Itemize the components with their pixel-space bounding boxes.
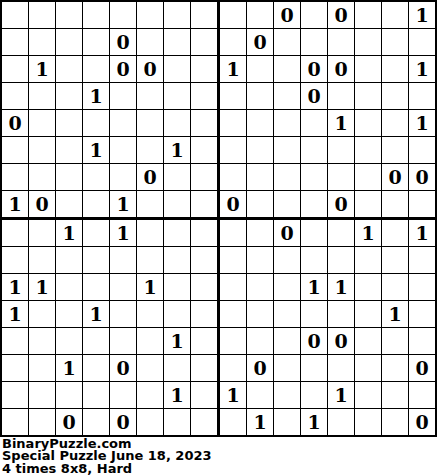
- cell-top_right-r5c1-empty[interactable]: [220, 110, 246, 136]
- cell-bottom_right-r8c5-empty[interactable]: [328, 409, 354, 435]
- cell-top_right-r2c4-empty[interactable]: [301, 29, 327, 55]
- puzzle-format: 4 times 8x8, Hard: [2, 463, 437, 475]
- cell-bottom_right-r7c7-empty[interactable]: [382, 382, 408, 408]
- cell-bottom_left-r3c8-empty[interactable]: [191, 274, 217, 300]
- cell-bottom_left-r8c5-given: 0: [110, 409, 136, 435]
- cell-top_left-r7c1-empty[interactable]: [2, 164, 28, 190]
- cell-bottom_right-r6c2-given: 0: [247, 355, 273, 381]
- cell-bottom_right-r6c5-empty[interactable]: [328, 355, 354, 381]
- cell-top_left-r6c2-empty[interactable]: [29, 137, 55, 163]
- cell-top_right-r2c1-empty[interactable]: [220, 29, 246, 55]
- cell-top_right-r4c4-given: 0: [301, 83, 327, 109]
- cell-top_left-r5c5-empty[interactable]: [110, 110, 136, 136]
- cell-top_left-r1c1-empty[interactable]: [2, 2, 28, 28]
- cell-bottom_right-r7c3-empty[interactable]: [274, 382, 300, 408]
- cell-bottom_right-r5c7-empty[interactable]: [382, 328, 408, 354]
- cell-bottom_left-r8c1-empty[interactable]: [2, 409, 28, 435]
- cell-bottom_left-r6c1-empty[interactable]: [2, 355, 28, 381]
- cell-bottom_left-r3c6-given: 1: [137, 274, 163, 300]
- cell-top_right-r4c1-empty[interactable]: [220, 83, 246, 109]
- cell-bottom_right-r2c2-empty[interactable]: [247, 247, 273, 273]
- cell-bottom_right-r3c5-given: 1: [328, 274, 354, 300]
- cell-top_right-r5c6-empty[interactable]: [355, 110, 381, 136]
- cell-top_right-r8c7-empty[interactable]: [382, 191, 408, 217]
- cell-bottom_right-r5c5-given: 0: [328, 328, 354, 354]
- cell-bottom_right-r1c2-empty[interactable]: [247, 220, 273, 246]
- cell-bottom_right-r7c1-given: 1: [220, 382, 246, 408]
- cell-top_left-r4c6-empty[interactable]: [137, 83, 163, 109]
- cell-top_right-r7c1-empty[interactable]: [220, 164, 246, 190]
- cell-bottom_right-r8c4-given: 1: [301, 409, 327, 435]
- cell-bottom_left-r5c1-empty[interactable]: [2, 328, 28, 354]
- cell-bottom_right-r3c8-empty[interactable]: [409, 274, 435, 300]
- cell-top_right-r3c4-given: 0: [301, 56, 327, 82]
- cell-bottom_right-r6c3-empty[interactable]: [274, 355, 300, 381]
- cell-top_left-r8c4-empty[interactable]: [83, 191, 109, 217]
- cell-bottom_left-r4c2-empty[interactable]: [29, 301, 55, 327]
- cell-bottom_right-r4c2-empty[interactable]: [247, 301, 273, 327]
- cell-bottom_left-r6c2-empty[interactable]: [29, 355, 55, 381]
- cell-top_right-r7c8-given: 0: [409, 164, 435, 190]
- cell-bottom_right-r1c7-empty[interactable]: [382, 220, 408, 246]
- cell-bottom_right-r3c6-empty[interactable]: [355, 274, 381, 300]
- cell-top_right-r8c8-empty[interactable]: [409, 191, 435, 217]
- cell-bottom_right-r4c6-empty[interactable]: [355, 301, 381, 327]
- cell-top_left-r1c8-empty[interactable]: [191, 2, 217, 28]
- cell-top_left-r7c3-empty[interactable]: [56, 164, 82, 190]
- cell-top_left-r2c8-empty[interactable]: [191, 29, 217, 55]
- cell-top_left-r5c4-empty[interactable]: [83, 110, 109, 136]
- cell-top_left-r7c5-empty[interactable]: [110, 164, 136, 190]
- cell-top_left-r5c6-empty[interactable]: [137, 110, 163, 136]
- cell-top_right-r1c4-empty[interactable]: [301, 2, 327, 28]
- cell-top_right-r6c4-empty[interactable]: [301, 137, 327, 163]
- cell-bottom_left-r2c1-empty[interactable]: [2, 247, 28, 273]
- cell-bottom_right-r8c8-given: 0: [409, 409, 435, 435]
- cell-bottom_left-r7c5-empty[interactable]: [110, 382, 136, 408]
- cell-bottom_left-r4c4-given: 1: [83, 301, 109, 327]
- cell-bottom_left-r8c2-empty[interactable]: [29, 409, 55, 435]
- cell-bottom_right-r4c5-empty[interactable]: [328, 301, 354, 327]
- cell-top_right-r6c3-empty[interactable]: [274, 137, 300, 163]
- cell-top_right-r6c7-empty[interactable]: [382, 137, 408, 163]
- cell-bottom_left-r2c7-empty[interactable]: [164, 247, 190, 273]
- cell-bottom_right-r7c5-given: 1: [328, 382, 354, 408]
- cell-top_right-r5c3-empty[interactable]: [274, 110, 300, 136]
- cell-bottom_right-r2c8-empty[interactable]: [409, 247, 435, 273]
- cell-bottom_left-r1c4-empty[interactable]: [83, 220, 109, 246]
- puzzle-page: 010010110101 001010010110000 11111111101…: [0, 0, 437, 475]
- cell-top_right-r7c6-empty[interactable]: [355, 164, 381, 190]
- cell-top_right-r3c5-given: 0: [328, 56, 354, 82]
- cell-top_left-r6c4-given: 1: [83, 137, 109, 163]
- cell-bottom_left-r5c2-empty[interactable]: [29, 328, 55, 354]
- cell-top_left-r1c4-empty[interactable]: [83, 2, 109, 28]
- cell-top_left-r2c4-empty[interactable]: [83, 29, 109, 55]
- cell-bottom_right-r6c8-given: 0: [409, 355, 435, 381]
- footer-caption: BinaryPuzzle.com Special Puzzle June 18,…: [0, 437, 437, 475]
- cell-bottom_right-r8c6-empty[interactable]: [355, 409, 381, 435]
- cell-bottom_right-r3c2-empty[interactable]: [247, 274, 273, 300]
- cell-top_right-r5c2-empty[interactable]: [247, 110, 273, 136]
- puzzle-grid-top-right: 001010010110000: [220, 2, 435, 217]
- cell-top_left-r2c1-empty[interactable]: [2, 29, 28, 55]
- cell-top_left-r8c6-empty[interactable]: [137, 191, 163, 217]
- cell-top_left-r7c8-empty[interactable]: [191, 164, 217, 190]
- cell-top_right-r4c2-empty[interactable]: [247, 83, 273, 109]
- cell-bottom_left-r8c7-empty[interactable]: [164, 409, 190, 435]
- cell-bottom_left-r6c3-given: 1: [56, 355, 82, 381]
- cell-bottom_left-r7c6-empty[interactable]: [137, 382, 163, 408]
- cell-top_right-r3c1-given: 1: [220, 56, 246, 82]
- cell-top_left-r1c3-empty[interactable]: [56, 2, 82, 28]
- puzzle-grid-bottom-right: 011111000011110: [220, 220, 435, 435]
- cell-top_left-r1c2-empty[interactable]: [29, 2, 55, 28]
- cell-top_left-r5c8-empty[interactable]: [191, 110, 217, 136]
- cell-bottom_right-r3c3-empty[interactable]: [274, 274, 300, 300]
- cell-bottom_left-r6c6-empty[interactable]: [137, 355, 163, 381]
- cell-top_right-r4c6-empty[interactable]: [355, 83, 381, 109]
- cell-bottom_left-r6c7-empty[interactable]: [164, 355, 190, 381]
- cell-top_left-r4c7-empty[interactable]: [164, 83, 190, 109]
- cell-top_left-r2c5-given: 0: [110, 29, 136, 55]
- cell-top_right-r1c8-given: 1: [409, 2, 435, 28]
- cell-bottom_left-r1c2-empty[interactable]: [29, 220, 55, 246]
- cell-bottom_right-r6c7-empty[interactable]: [382, 355, 408, 381]
- cell-top_left-r4c8-empty[interactable]: [191, 83, 217, 109]
- cell-bottom_right-r2c7-empty[interactable]: [382, 247, 408, 273]
- cell-top_left-r5c7-empty[interactable]: [164, 110, 190, 136]
- cell-top_right-r2c5-empty[interactable]: [328, 29, 354, 55]
- cell-bottom_right-r3c7-empty[interactable]: [382, 274, 408, 300]
- cell-bottom_right-r5c3-empty[interactable]: [274, 328, 300, 354]
- cell-bottom_right-r4c4-empty[interactable]: [301, 301, 327, 327]
- cell-top_left-r5c2-empty[interactable]: [29, 110, 55, 136]
- cell-top_right-r4c3-empty[interactable]: [274, 83, 300, 109]
- cell-top_left-r1c7-empty[interactable]: [164, 2, 190, 28]
- cell-bottom_right-r7c4-empty[interactable]: [301, 382, 327, 408]
- cell-bottom_right-r8c1-empty[interactable]: [220, 409, 246, 435]
- cell-top_left-r6c3-empty[interactable]: [56, 137, 82, 163]
- cell-top_left-r6c6-empty[interactable]: [137, 137, 163, 163]
- cell-top_right-r8c3-empty[interactable]: [274, 191, 300, 217]
- cell-top_left-r3c6-given: 0: [137, 56, 163, 82]
- cell-top_right-r2c8-empty[interactable]: [409, 29, 435, 55]
- cell-top_left-r7c4-empty[interactable]: [83, 164, 109, 190]
- cell-bottom_left-r3c1-given: 1: [2, 274, 28, 300]
- cell-top_right-r8c2-empty[interactable]: [247, 191, 273, 217]
- cell-top_left-r7c6-given: 0: [137, 164, 163, 190]
- cell-bottom_left-r8c6-empty[interactable]: [137, 409, 163, 435]
- cell-top_right-r2c7-empty[interactable]: [382, 29, 408, 55]
- cell-bottom_right-r2c4-empty[interactable]: [301, 247, 327, 273]
- cell-top_left-r2c3-empty[interactable]: [56, 29, 82, 55]
- cell-top_right-r8c4-empty[interactable]: [301, 191, 327, 217]
- cell-bottom_right-r1c4-empty[interactable]: [301, 220, 327, 246]
- cell-bottom_left-r6c5-given: 0: [110, 355, 136, 381]
- cell-bottom_left-r2c5-empty[interactable]: [110, 247, 136, 273]
- cell-bottom_right-r1c8-given: 1: [409, 220, 435, 246]
- cell-bottom_right-r7c2-empty[interactable]: [247, 382, 273, 408]
- cell-top_left-r4c2-empty[interactable]: [29, 83, 55, 109]
- cell-top_right-r6c6-empty[interactable]: [355, 137, 381, 163]
- cell-bottom_left-r4c6-empty[interactable]: [137, 301, 163, 327]
- cell-top_right-r6c2-empty[interactable]: [247, 137, 273, 163]
- cell-top_left-r4c4-given: 1: [83, 83, 109, 109]
- cell-bottom_right-r4c8-empty[interactable]: [409, 301, 435, 327]
- cell-bottom_left-r3c2-given: 1: [29, 274, 55, 300]
- cell-bottom_left-r5c3-empty[interactable]: [56, 328, 82, 354]
- cell-bottom_left-r3c7-empty[interactable]: [164, 274, 190, 300]
- puzzle-grid-bottom-left: 1111111110100: [2, 220, 217, 435]
- cell-bottom_right-r2c6-empty[interactable]: [355, 247, 381, 273]
- cell-top_right-r7c5-empty[interactable]: [328, 164, 354, 190]
- cell-top_left-r3c2-given: 1: [29, 56, 55, 82]
- cell-top_right-r8c1-given: 0: [220, 191, 246, 217]
- cell-top_left-r8c5-given: 1: [110, 191, 136, 217]
- cell-top_right-r4c7-empty[interactable]: [382, 83, 408, 109]
- cell-top_right-r4c5-empty[interactable]: [328, 83, 354, 109]
- cell-bottom_right-r2c5-empty[interactable]: [328, 247, 354, 273]
- cell-bottom_left-r8c3-given: 0: [56, 409, 82, 435]
- cell-bottom_left-r1c8-empty[interactable]: [191, 220, 217, 246]
- cell-bottom_left-r7c8-empty[interactable]: [191, 382, 217, 408]
- cell-top_left-r8c8-empty[interactable]: [191, 191, 217, 217]
- cell-bottom_right-r7c8-empty[interactable]: [409, 382, 435, 408]
- cell-bottom_right-r6c4-empty[interactable]: [301, 355, 327, 381]
- cell-top_right-r7c2-empty[interactable]: [247, 164, 273, 190]
- cell-bottom_right-r5c6-empty[interactable]: [355, 328, 381, 354]
- cell-bottom_left-r5c6-empty[interactable]: [137, 328, 163, 354]
- cell-bottom_left-r8c4-empty[interactable]: [83, 409, 109, 435]
- cell-top_right-r5c8-given: 1: [409, 110, 435, 136]
- cell-bottom_left-r1c6-empty[interactable]: [137, 220, 163, 246]
- cell-bottom_left-r7c2-empty[interactable]: [29, 382, 55, 408]
- cell-top_left-r6c8-empty[interactable]: [191, 137, 217, 163]
- cell-bottom_left-r8c8-empty[interactable]: [191, 409, 217, 435]
- cell-top_right-r1c5-given: 0: [328, 2, 354, 28]
- cell-bottom_right-r2c1-empty[interactable]: [220, 247, 246, 273]
- cell-bottom_left-r3c5-empty[interactable]: [110, 274, 136, 300]
- cell-top_left-r3c1-empty[interactable]: [2, 56, 28, 82]
- cell-bottom_left-r3c4-empty[interactable]: [83, 274, 109, 300]
- cell-top_right-r5c4-empty[interactable]: [301, 110, 327, 136]
- cell-bottom_right-r4c1-empty[interactable]: [220, 301, 246, 327]
- cell-bottom_left-r4c3-empty[interactable]: [56, 301, 82, 327]
- cell-bottom_left-r2c6-empty[interactable]: [137, 247, 163, 273]
- cell-top_left-r4c3-empty[interactable]: [56, 83, 82, 109]
- cell-bottom_left-r2c2-empty[interactable]: [29, 247, 55, 273]
- cell-top_right-r7c7-given: 0: [382, 164, 408, 190]
- cell-bottom_left-r4c7-empty[interactable]: [164, 301, 190, 327]
- cell-top_right-r3c2-empty[interactable]: [247, 56, 273, 82]
- cell-top_right-r5c7-empty[interactable]: [382, 110, 408, 136]
- cell-top_left-r2c6-empty[interactable]: [137, 29, 163, 55]
- cell-top_right-r7c3-empty[interactable]: [274, 164, 300, 190]
- cell-bottom_right-r1c6-given: 1: [355, 220, 381, 246]
- cell-bottom_left-r7c3-empty[interactable]: [56, 382, 82, 408]
- cell-bottom_left-r5c4-empty[interactable]: [83, 328, 109, 354]
- cell-bottom_right-r6c1-empty[interactable]: [220, 355, 246, 381]
- cell-bottom_right-r4c7-given: 1: [382, 301, 408, 327]
- cell-bottom_left-r1c1-empty[interactable]: [2, 220, 28, 246]
- cell-top_right-r8c5-given: 0: [328, 191, 354, 217]
- cell-top_right-r4c8-empty[interactable]: [409, 83, 435, 109]
- cell-top_left-r1c6-empty[interactable]: [137, 2, 163, 28]
- cell-bottom_right-r5c4-given: 0: [301, 328, 327, 354]
- cell-top_left-r8c2-given: 0: [29, 191, 55, 217]
- cell-top_left-r3c8-empty[interactable]: [191, 56, 217, 82]
- cell-top_left-r3c3-empty[interactable]: [56, 56, 82, 82]
- cell-bottom_right-r1c5-empty[interactable]: [328, 220, 354, 246]
- cell-top_left-r8c1-given: 1: [2, 191, 28, 217]
- cell-bottom_left-r1c5-given: 1: [110, 220, 136, 246]
- cell-top_right-r6c5-empty[interactable]: [328, 137, 354, 163]
- cell-bottom_left-r7c4-empty[interactable]: [83, 382, 109, 408]
- cell-top_right-r1c3-given: 0: [274, 2, 300, 28]
- cell-top_left-r1c5-empty[interactable]: [110, 2, 136, 28]
- cell-bottom_left-r5c8-empty[interactable]: [191, 328, 217, 354]
- cell-bottom_right-r7c6-empty[interactable]: [355, 382, 381, 408]
- cell-bottom_left-r4c5-empty[interactable]: [110, 301, 136, 327]
- cell-top_right-r3c7-empty[interactable]: [382, 56, 408, 82]
- cell-bottom_left-r4c8-empty[interactable]: [191, 301, 217, 327]
- cell-top_left-r5c3-empty[interactable]: [56, 110, 82, 136]
- cell-bottom_right-r5c2-empty[interactable]: [247, 328, 273, 354]
- cell-bottom_right-r5c1-empty[interactable]: [220, 328, 246, 354]
- cell-top_right-r1c2-empty[interactable]: [247, 2, 273, 28]
- cell-bottom_left-r5c5-empty[interactable]: [110, 328, 136, 354]
- cell-top_right-r3c8-given: 1: [409, 56, 435, 82]
- puzzle-board: 010010110101 001010010110000 11111111101…: [0, 0, 437, 437]
- cell-top_left-r2c7-empty[interactable]: [164, 29, 190, 55]
- cell-bottom_left-r6c8-empty[interactable]: [191, 355, 217, 381]
- cell-bottom_right-r3c4-given: 1: [301, 274, 327, 300]
- cell-bottom_left-r2c8-empty[interactable]: [191, 247, 217, 273]
- cell-top_right-r8c6-empty[interactable]: [355, 191, 381, 217]
- cell-top_left-r6c7-given: 1: [164, 137, 190, 163]
- cell-bottom_right-r5c8-empty[interactable]: [409, 328, 435, 354]
- cell-top_right-r7c4-empty[interactable]: [301, 164, 327, 190]
- cell-top_left-r3c7-empty[interactable]: [164, 56, 190, 82]
- cell-bottom_right-r8c2-given: 1: [247, 409, 273, 435]
- cell-top_left-r4c5-empty[interactable]: [110, 83, 136, 109]
- cell-bottom_left-r3c3-empty[interactable]: [56, 274, 82, 300]
- cell-top_left-r4c1-empty[interactable]: [2, 83, 28, 109]
- cell-top_left-r6c1-empty[interactable]: [2, 137, 28, 163]
- cell-bottom_left-r5c7-given: 1: [164, 328, 190, 354]
- cell-top_left-r7c2-empty[interactable]: [29, 164, 55, 190]
- cell-top_right-r2c3-empty[interactable]: [274, 29, 300, 55]
- cell-bottom_left-r2c4-empty[interactable]: [83, 247, 109, 273]
- cell-top_right-r6c1-empty[interactable]: [220, 137, 246, 163]
- puzzle-grid-top-left: 010010110101: [2, 2, 217, 217]
- cell-bottom_right-r8c3-empty[interactable]: [274, 409, 300, 435]
- cell-top_right-r5c5-given: 1: [328, 110, 354, 136]
- cell-top_left-r7c7-empty[interactable]: [164, 164, 190, 190]
- cell-top_right-r1c1-empty[interactable]: [220, 2, 246, 28]
- cell-top_left-r2c2-empty[interactable]: [29, 29, 55, 55]
- cell-bottom_left-r6c4-empty[interactable]: [83, 355, 109, 381]
- cell-bottom_right-r4c3-empty[interactable]: [274, 301, 300, 327]
- cell-bottom_right-r6c6-empty[interactable]: [355, 355, 381, 381]
- cell-top_right-r1c7-empty[interactable]: [382, 2, 408, 28]
- cell-top_left-r6c5-empty[interactable]: [110, 137, 136, 163]
- cell-top_left-r5c1-given: 0: [2, 110, 28, 136]
- cell-top_left-r8c3-empty[interactable]: [56, 191, 82, 217]
- cell-bottom_left-r2c3-empty[interactable]: [56, 247, 82, 273]
- cell-bottom_left-r1c3-given: 1: [56, 220, 82, 246]
- cell-bottom_left-r7c7-given: 1: [164, 382, 190, 408]
- cell-top_left-r3c5-given: 0: [110, 56, 136, 82]
- cell-top_right-r3c3-empty[interactable]: [274, 56, 300, 82]
- cell-bottom_right-r1c3-given: 0: [274, 220, 300, 246]
- cell-bottom_right-r3c1-empty[interactable]: [220, 274, 246, 300]
- cell-top_right-r1c6-empty[interactable]: [355, 2, 381, 28]
- cell-bottom_left-r4c1-given: 1: [2, 301, 28, 327]
- cell-bottom_left-r1c7-empty[interactable]: [164, 220, 190, 246]
- cell-top_right-r2c6-empty[interactable]: [355, 29, 381, 55]
- cell-top_right-r3c6-empty[interactable]: [355, 56, 381, 82]
- cell-bottom_right-r8c7-empty[interactable]: [382, 409, 408, 435]
- cell-top_left-r8c7-empty[interactable]: [164, 191, 190, 217]
- cell-top_right-r2c2-given: 0: [247, 29, 273, 55]
- cell-top_right-r6c8-empty[interactable]: [409, 137, 435, 163]
- cell-top_left-r3c4-empty[interactable]: [83, 56, 109, 82]
- cell-bottom_left-r7c1-empty[interactable]: [2, 382, 28, 408]
- cell-bottom_right-r2c3-empty[interactable]: [274, 247, 300, 273]
- cell-bottom_right-r1c1-empty[interactable]: [220, 220, 246, 246]
